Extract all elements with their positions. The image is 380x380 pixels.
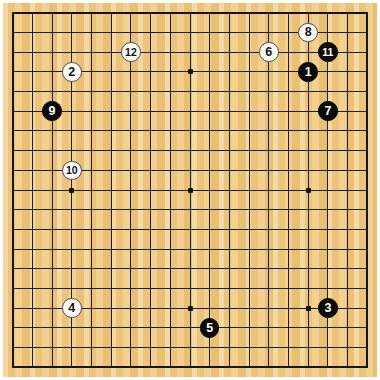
grid-line-horizontal — [13, 347, 368, 348]
stone-black-11[interactable]: 11 — [318, 42, 338, 62]
grid-line-horizontal — [13, 249, 368, 250]
grid-line-vertical — [249, 13, 250, 368]
grid-line-vertical — [229, 13, 230, 368]
stone-white-8[interactable]: 8 — [298, 23, 318, 43]
grid-line-horizontal — [13, 268, 368, 269]
move-number: 12 — [125, 47, 137, 58]
move-number: 3 — [324, 302, 331, 315]
move-number: 2 — [68, 66, 75, 79]
stone-white-10[interactable]: 10 — [62, 161, 82, 181]
grid-line-horizontal — [13, 288, 368, 289]
move-number: 5 — [206, 322, 213, 335]
move-number: 10 — [66, 165, 78, 176]
grid-line-horizontal — [13, 229, 368, 230]
star-point — [188, 69, 193, 74]
star-point — [306, 306, 311, 311]
grid-line-horizontal — [13, 327, 368, 328]
move-number: 7 — [324, 105, 331, 118]
stone-white-12[interactable]: 12 — [121, 42, 141, 62]
move-number: 6 — [265, 46, 272, 59]
star-point — [188, 306, 193, 311]
grid-line-horizontal — [13, 209, 368, 210]
stone-black-3[interactable]: 3 — [318, 298, 338, 318]
move-number: 8 — [305, 26, 312, 39]
stone-black-1[interactable]: 1 — [298, 62, 318, 82]
stone-white-2[interactable]: 2 — [62, 62, 82, 82]
stone-white-6[interactable]: 6 — [259, 42, 279, 62]
grid-line-vertical — [288, 13, 289, 368]
go-board[interactable]: 123456789101112 — [0, 0, 380, 380]
grid-line-vertical — [268, 13, 269, 368]
star-point — [306, 188, 311, 193]
stone-black-7[interactable]: 7 — [318, 101, 338, 121]
stone-black-9[interactable]: 9 — [42, 101, 62, 121]
star-point — [188, 188, 193, 193]
move-number: 9 — [49, 105, 56, 118]
stone-white-4[interactable]: 4 — [62, 298, 82, 318]
star-point — [69, 188, 74, 193]
grid-line-vertical — [347, 13, 348, 368]
move-number: 1 — [305, 66, 312, 79]
stone-black-5[interactable]: 5 — [200, 318, 220, 338]
move-number: 11 — [322, 47, 333, 58]
grid-line-vertical — [209, 13, 210, 368]
move-number: 4 — [68, 302, 75, 315]
